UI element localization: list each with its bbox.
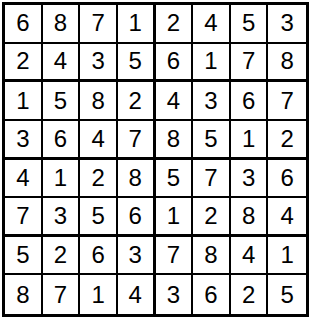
cell-r4c4[interactable]: 7 (118, 121, 156, 160)
cell-r5c6[interactable]: 7 (193, 160, 231, 199)
cell-r8c1[interactable]: 8 (5, 275, 43, 314)
cell-r4c7[interactable]: 1 (231, 121, 269, 160)
cell-r5c4[interactable]: 8 (118, 160, 156, 199)
cell-r3c6[interactable]: 3 (193, 82, 231, 121)
cell-r1c4[interactable]: 1 (118, 5, 156, 44)
cell-r1c5[interactable]: 2 (156, 5, 194, 44)
cell-r6c7[interactable]: 8 (231, 198, 269, 237)
cell-r7c4[interactable]: 3 (118, 237, 156, 276)
cell-r8c4[interactable]: 4 (118, 275, 156, 314)
cell-r5c3[interactable]: 2 (80, 160, 118, 199)
cell-r2c4[interactable]: 5 (118, 44, 156, 83)
cell-r3c2[interactable]: 5 (43, 82, 81, 121)
cell-r5c8[interactable]: 6 (268, 160, 306, 199)
cell-r7c1[interactable]: 5 (5, 237, 43, 276)
cell-r6c6[interactable]: 2 (193, 198, 231, 237)
cell-r1c7[interactable]: 5 (231, 5, 269, 44)
cell-r6c2[interactable]: 3 (43, 198, 81, 237)
sudoku-board: 6871245324356178158243673647851241285736… (2, 2, 309, 317)
cell-r6c8[interactable]: 4 (268, 198, 306, 237)
cell-r3c1[interactable]: 1 (5, 82, 43, 121)
cell-r2c3[interactable]: 3 (80, 44, 118, 83)
cell-r4c1[interactable]: 3 (5, 121, 43, 160)
cell-r8c2[interactable]: 7 (43, 275, 81, 314)
cell-r2c7[interactable]: 7 (231, 44, 269, 83)
cell-r4c6[interactable]: 5 (193, 121, 231, 160)
cell-r2c5[interactable]: 6 (156, 44, 194, 83)
cell-r8c7[interactable]: 2 (231, 275, 269, 314)
cell-r8c3[interactable]: 1 (80, 275, 118, 314)
cell-r5c7[interactable]: 3 (231, 160, 269, 199)
cell-r7c3[interactable]: 6 (80, 237, 118, 276)
cell-r3c3[interactable]: 8 (80, 82, 118, 121)
cell-r4c8[interactable]: 2 (268, 121, 306, 160)
cell-r1c2[interactable]: 8 (43, 5, 81, 44)
cell-r7c6[interactable]: 8 (193, 237, 231, 276)
cell-r7c7[interactable]: 4 (231, 237, 269, 276)
cell-r3c8[interactable]: 7 (268, 82, 306, 121)
cell-r2c1[interactable]: 2 (5, 44, 43, 83)
cell-r7c2[interactable]: 2 (43, 237, 81, 276)
cell-r8c6[interactable]: 6 (193, 275, 231, 314)
cell-r5c1[interactable]: 4 (5, 160, 43, 199)
cell-r2c8[interactable]: 8 (268, 44, 306, 83)
cell-r3c4[interactable]: 2 (118, 82, 156, 121)
cell-r2c2[interactable]: 4 (43, 44, 81, 83)
cell-r6c5[interactable]: 1 (156, 198, 194, 237)
cell-r6c3[interactable]: 5 (80, 198, 118, 237)
cell-r7c8[interactable]: 1 (268, 237, 306, 276)
cell-r6c1[interactable]: 7 (5, 198, 43, 237)
cell-r1c8[interactable]: 3 (268, 5, 306, 44)
cell-r8c8[interactable]: 5 (268, 275, 306, 314)
cell-r2c6[interactable]: 1 (193, 44, 231, 83)
cell-r4c5[interactable]: 8 (156, 121, 194, 160)
cell-r4c2[interactable]: 6 (43, 121, 81, 160)
cell-r1c3[interactable]: 7 (80, 5, 118, 44)
cell-r5c2[interactable]: 1 (43, 160, 81, 199)
cell-r4c3[interactable]: 4 (80, 121, 118, 160)
cell-r6c4[interactable]: 6 (118, 198, 156, 237)
cell-r3c5[interactable]: 4 (156, 82, 194, 121)
cell-r7c5[interactable]: 7 (156, 237, 194, 276)
cell-r1c6[interactable]: 4 (193, 5, 231, 44)
cell-r3c7[interactable]: 6 (231, 82, 269, 121)
cell-r8c5[interactable]: 3 (156, 275, 194, 314)
cell-r1c1[interactable]: 6 (5, 5, 43, 44)
cell-r5c5[interactable]: 5 (156, 160, 194, 199)
